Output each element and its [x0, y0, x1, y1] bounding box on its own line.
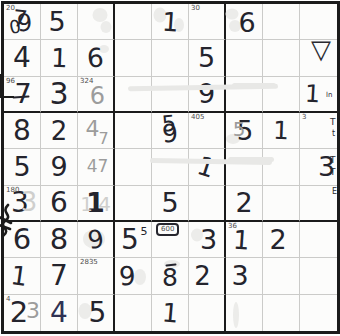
cell-r4c4[interactable] [115, 113, 152, 149]
cell-r4c8[interactable]: 1 [263, 113, 300, 149]
cell-r2c8[interactable] [263, 40, 300, 76]
pen-scribble-knot [0, 203, 16, 239]
eraser-streak [228, 157, 274, 162]
digit: 1 [232, 226, 250, 253]
cell-r1c8[interactable] [263, 4, 300, 40]
edge-text: T [330, 168, 336, 177]
cage-clue: 30 [191, 5, 200, 12]
cell-r7c9[interactable] [300, 222, 337, 258]
cell-r2c6[interactable]: 5 [189, 40, 226, 76]
cell-r1c2[interactable]: 5 [41, 4, 78, 40]
digit: 8 [50, 225, 68, 254]
eraser-smudge [92, 8, 107, 22]
cell-r5c7[interactable] [226, 149, 263, 185]
cell-r7c5[interactable]: 600 [152, 222, 189, 258]
digit: 1 [50, 45, 67, 72]
digit: 5 [161, 189, 178, 216]
cell-r3c4[interactable] [115, 77, 152, 113]
cell-r6c3[interactable]: 114 [78, 186, 115, 222]
cell-r4c6[interactable]: 405 [189, 113, 226, 149]
digit: 2 [194, 263, 211, 289]
cell-r5c5[interactable] [152, 149, 189, 185]
digit: 2 [269, 226, 286, 253]
cell-r5c2[interactable]: 9 [41, 149, 78, 185]
digit: 2 [235, 189, 252, 216]
pencil-mark: 3 [21, 189, 38, 215]
cell-r2c5[interactable] [152, 40, 189, 76]
edge-text: ln [326, 92, 332, 99]
digit: 7 [50, 262, 68, 290]
digit: 1 [273, 118, 290, 144]
cell-r6c5[interactable]: 5 [152, 186, 189, 222]
cell-r4c1[interactable]: 8 [4, 113, 41, 149]
cell-r1c6[interactable]: 30 [189, 4, 226, 40]
eraser-smudge [226, 8, 239, 19]
digit: 4 [86, 118, 100, 140]
edge-text: T [330, 156, 336, 165]
digit: 2 [51, 118, 68, 144]
cell-r8c5[interactable]: 8 [152, 258, 189, 294]
cell-r6c7[interactable]: 2 [226, 186, 263, 222]
cell-r7c6[interactable]: 3 [189, 222, 226, 258]
cage-clue: 600 [156, 223, 179, 236]
digit: 1 [161, 8, 179, 35]
digit: 5 [121, 226, 139, 254]
digit: 1 [9, 262, 29, 290]
digit: 9 [118, 263, 136, 290]
digit: 8 [162, 265, 178, 290]
pencil-mark: 1 [80, 194, 93, 214]
cell-r7c2[interactable]: 8 [41, 222, 78, 258]
cage-clue: 180 [6, 187, 19, 194]
pen-overwrite: 5 [141, 225, 148, 236]
cell-r3c6[interactable]: 9 [189, 77, 226, 113]
cell-r5c4[interactable] [115, 149, 152, 185]
cell-r2c1[interactable]: 4 [4, 40, 41, 76]
digit: 3 [49, 79, 68, 109]
cell-r4c2[interactable]: 2 [41, 113, 78, 149]
cell-r2c3[interactable]: 6 [78, 40, 115, 76]
pen-overwrite: 5 [161, 112, 177, 135]
pencil-mark: 4 [98, 194, 111, 214]
digit: 5 [198, 44, 215, 71]
corner-bracket-mark [0, 74, 14, 98]
cell-r1c4[interactable] [115, 4, 152, 40]
cell-r4c7[interactable]: 55 [226, 113, 263, 149]
cell-r1c3[interactable] [78, 4, 115, 40]
cell-r8c3[interactable]: 2835 [78, 258, 115, 294]
digit: 5 [13, 153, 30, 180]
cage-clue: 4 [6, 296, 10, 303]
cell-r7c4[interactable]: 55 [115, 222, 152, 258]
cell-r5c8[interactable] [263, 149, 300, 185]
digit: 6 [238, 9, 255, 36]
cell-r6c4[interactable] [115, 186, 152, 222]
cell-r7c7[interactable]: 361 [226, 222, 263, 258]
digit: 3 [231, 262, 248, 289]
pencil-mark: 7 [98, 131, 108, 147]
digit: 3 [200, 226, 217, 253]
edge-text: E [332, 188, 337, 196]
edge-text: T [330, 118, 336, 127]
cell-r3c5[interactable] [152, 77, 189, 113]
cell-r8c2[interactable]: 7 [41, 258, 78, 294]
cell-r5c3[interactable]: 47 [78, 149, 115, 185]
pencil-mark: 5 [233, 119, 246, 139]
sudoku-board: 2090751306416596733246918247954055513594… [1, 1, 340, 334]
cell-r9c8[interactable] [263, 295, 300, 331]
eraser-smudge [233, 302, 239, 328]
pencil-mark: 3 [26, 300, 40, 322]
digit: 6 [90, 84, 105, 108]
cell-r8c1[interactable]: 1 [4, 258, 41, 294]
cell-r8c9[interactable] [300, 258, 337, 294]
cell-r7c3[interactable]: 9 [78, 222, 115, 258]
digit: 5 [48, 8, 65, 35]
pen-triangle-mark: ▽ [311, 36, 331, 62]
cell-r8c8[interactable] [263, 258, 300, 294]
digit: 8 [13, 117, 31, 145]
digit: 9 [85, 226, 105, 253]
cell-r9c9[interactable] [300, 295, 337, 331]
cell-r6c6[interactable] [189, 186, 226, 222]
digit: 7 [14, 80, 31, 107]
cell-r6c8[interactable] [263, 186, 300, 222]
cell-r9c1[interactable]: 423 [4, 295, 41, 331]
edge-text: t [332, 130, 335, 138]
digit: 4 [50, 299, 68, 327]
cell-r5c1[interactable]: 5 [4, 149, 41, 185]
cage-clue: 20 [6, 5, 15, 12]
cell-r1c1[interactable]: 20907 [4, 4, 41, 40]
cell-r2c7[interactable] [226, 40, 263, 76]
cell-r2c4[interactable] [115, 40, 152, 76]
cell-r9c3[interactable]: 5 [78, 295, 115, 331]
cell-r9c4[interactable] [115, 295, 152, 331]
cage-clue: 2835 [80, 259, 98, 266]
digit: 47 [87, 158, 109, 175]
cell-r9c2[interactable]: 4 [41, 295, 78, 331]
cell-r9c7[interactable] [226, 295, 263, 331]
cell-r8c4[interactable]: 9 [115, 258, 152, 294]
digit: 1 [195, 152, 219, 182]
digit: 6 [86, 44, 105, 72]
eraser-streak [232, 83, 276, 88]
digit: 4 [13, 44, 31, 72]
cell-r5c6[interactable]: 1 [189, 149, 226, 185]
cage-clue: 3 [302, 114, 306, 121]
cell-r8c6[interactable]: 2 [189, 258, 226, 294]
cage-clue: 324 [80, 78, 93, 85]
digit: 1 [161, 299, 180, 326]
cell-r7c8[interactable]: 2 [263, 222, 300, 258]
cell-r9c5[interactable]: 1 [152, 295, 189, 331]
cell-r1c5[interactable]: 1 [152, 4, 189, 40]
digit: 6 [50, 189, 68, 217]
eraser-smudge [100, 21, 111, 33]
digit: 1 [304, 81, 321, 106]
cell-r8c7[interactable]: 3 [226, 258, 263, 294]
cell-r9c6[interactable] [189, 295, 226, 331]
digit: 9 [50, 153, 67, 180]
cell-r3c2[interactable]: 3 [41, 77, 78, 113]
digit: 5 [89, 299, 107, 327]
cell-r4c3[interactable]: 47 [78, 113, 115, 149]
cell-r2c2[interactable]: 1 [41, 40, 78, 76]
cell-r6c2[interactable]: 6 [41, 186, 78, 222]
cell-r1c7[interactable]: 6 [226, 4, 263, 40]
sudoku-scan-page: 2090751306416596733246918247954055513594… [0, 0, 340, 336]
cage-clue: 405 [191, 114, 204, 121]
cell-r3c3[interactable]: 3246 [78, 77, 115, 113]
cell-r4c5[interactable]: 95 [152, 113, 189, 149]
cage-clue: 36 [228, 223, 237, 230]
